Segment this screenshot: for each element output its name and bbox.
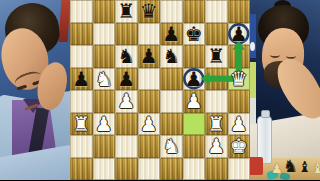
square-f7[interactable]: ♚ xyxy=(183,23,206,46)
square-f2[interactable] xyxy=(183,135,206,158)
square-c8[interactable]: ♜ xyxy=(115,0,138,23)
square-a3[interactable]: ♜ xyxy=(70,113,93,136)
square-h2[interactable]: ♚ xyxy=(228,135,251,158)
table-piece-bN: ♞ xyxy=(283,158,298,175)
piece-bP-h7[interactable]: ♟ xyxy=(230,23,248,45)
square-d7[interactable] xyxy=(138,23,161,46)
piece-bR-g6[interactable]: ♜ xyxy=(207,45,225,67)
square-d2[interactable] xyxy=(138,135,161,158)
banner-logo-dot xyxy=(250,42,255,51)
square-b3[interactable]: ♟ xyxy=(93,113,116,136)
square-f3[interactable] xyxy=(183,113,206,136)
square-d1[interactable] xyxy=(138,158,161,181)
piece-wR-g3[interactable]: ♜ xyxy=(207,113,225,135)
piece-bP-e7[interactable]: ♟ xyxy=(162,23,180,45)
banner-green-block xyxy=(250,62,256,98)
square-e4[interactable] xyxy=(160,90,183,113)
square-d4[interactable] xyxy=(138,90,161,113)
water-bottle-cap xyxy=(261,110,270,118)
piece-wP-g2[interactable]: ♟ xyxy=(207,135,225,157)
square-e8[interactable] xyxy=(160,0,183,23)
right-player-portrait: ♟♞♝♝ xyxy=(250,0,320,180)
piece-wN-e2[interactable]: ♞ xyxy=(162,135,180,157)
piece-bQ-d8[interactable]: ♛ xyxy=(140,0,158,22)
chess-board-area: ♜♛♟♚♟♞♟♞♜♟♞♟♟♛♟♟♜♟♟♜♟♞♟♚ xyxy=(70,0,250,180)
piece-wP-c4[interactable]: ♟ xyxy=(117,90,135,112)
thumbnail-canvas: ♜♛♟♚♟♞♟♞♜♟♞♟♟♛♟♟♜♟♟♜♟♞♟♚ ♟♞♝♝ xyxy=(0,0,320,180)
table-piece-wP: ♟ xyxy=(271,162,283,175)
square-f6[interactable] xyxy=(183,45,206,68)
square-b4[interactable] xyxy=(93,90,116,113)
captured-pieces-tray: ♟♞♝♝ xyxy=(271,158,320,175)
square-g4[interactable] xyxy=(205,90,228,113)
square-e6[interactable]: ♞ xyxy=(160,45,183,68)
square-h6[interactable] xyxy=(228,45,251,68)
square-f8[interactable] xyxy=(183,0,206,23)
square-b8[interactable] xyxy=(93,0,116,23)
red-box xyxy=(250,157,263,175)
square-b5[interactable]: ♞ xyxy=(93,68,116,91)
square-c5[interactable]: ♟ xyxy=(115,68,138,91)
table-piece-wB: ♝ xyxy=(311,161,320,175)
square-d5[interactable] xyxy=(138,68,161,91)
square-c6[interactable]: ♞ xyxy=(115,45,138,68)
banner-blue-block xyxy=(250,14,256,58)
square-f4[interactable]: ♟ xyxy=(183,90,206,113)
square-g6[interactable]: ♜ xyxy=(205,45,228,68)
square-h8[interactable] xyxy=(228,0,251,23)
piece-wQ-h5[interactable]: ♛ xyxy=(230,68,248,90)
piece-bN-e6[interactable]: ♞ xyxy=(162,45,180,67)
piece-bP-f5[interactable]: ♟ xyxy=(185,68,203,90)
square-d8[interactable]: ♛ xyxy=(138,0,161,23)
piece-bN-c6[interactable]: ♞ xyxy=(117,45,135,67)
square-a6[interactable] xyxy=(70,45,93,68)
square-c4[interactable]: ♟ xyxy=(115,90,138,113)
square-h4[interactable] xyxy=(228,90,251,113)
piece-wP-d3[interactable]: ♟ xyxy=(140,113,158,135)
piece-bP-d6[interactable]: ♟ xyxy=(140,45,158,67)
piece-bP-a5[interactable]: ♟ xyxy=(72,68,90,90)
chess-board: ♜♛♟♚♟♞♟♞♜♟♞♟♟♛♟♟♜♟♟♜♟♞♟♚ xyxy=(70,0,250,180)
square-g2[interactable]: ♟ xyxy=(205,135,228,158)
piece-wN-b5[interactable]: ♞ xyxy=(95,68,113,90)
square-b7[interactable] xyxy=(93,23,116,46)
square-g7[interactable] xyxy=(205,23,228,46)
square-h7[interactable]: ♟ xyxy=(228,23,251,46)
square-a7[interactable] xyxy=(70,23,93,46)
table-piece-bB: ♝ xyxy=(298,160,311,175)
piece-wP-h3[interactable]: ♟ xyxy=(230,113,248,135)
square-g3[interactable]: ♜ xyxy=(205,113,228,136)
square-c7[interactable] xyxy=(115,23,138,46)
square-a1[interactable] xyxy=(70,158,93,181)
square-d3[interactable]: ♟ xyxy=(138,113,161,136)
square-c2[interactable] xyxy=(115,135,138,158)
piece-wK-h2[interactable]: ♚ xyxy=(230,135,248,157)
background-red-stripe xyxy=(59,0,70,42)
square-g8[interactable] xyxy=(205,0,228,23)
square-g5[interactable] xyxy=(205,68,228,91)
square-b6[interactable] xyxy=(93,45,116,68)
square-f1[interactable] xyxy=(183,158,206,181)
square-e7[interactable]: ♟ xyxy=(160,23,183,46)
square-a2[interactable] xyxy=(70,135,93,158)
square-h3[interactable]: ♟ xyxy=(228,113,251,136)
square-a4[interactable] xyxy=(70,90,93,113)
square-d6[interactable]: ♟ xyxy=(138,45,161,68)
square-a5[interactable]: ♟ xyxy=(70,68,93,91)
piece-wP-b3[interactable]: ♟ xyxy=(95,113,113,135)
square-c3[interactable] xyxy=(115,113,138,136)
square-a8[interactable] xyxy=(70,0,93,23)
square-g1[interactable] xyxy=(205,158,228,181)
square-c1[interactable] xyxy=(115,158,138,181)
square-b1[interactable] xyxy=(93,158,116,181)
square-h5[interactable]: ♛ xyxy=(228,68,251,91)
square-e1[interactable] xyxy=(160,158,183,181)
square-f5[interactable]: ♟ xyxy=(183,68,206,91)
piece-bR-c8[interactable]: ♜ xyxy=(117,0,135,22)
square-e5[interactable] xyxy=(160,68,183,91)
square-e2[interactable]: ♞ xyxy=(160,135,183,158)
square-h1[interactable] xyxy=(228,158,251,181)
piece-wR-a3[interactable]: ♜ xyxy=(72,113,90,135)
piece-bK-f7[interactable]: ♚ xyxy=(185,23,203,45)
square-e3[interactable] xyxy=(160,113,183,136)
right-player-eye-left xyxy=(270,52,280,58)
piece-bP-c5[interactable]: ♟ xyxy=(117,68,135,90)
square-b2[interactable] xyxy=(93,135,116,158)
left-player-portrait xyxy=(0,0,70,180)
piece-wP-f4[interactable]: ♟ xyxy=(185,90,203,112)
